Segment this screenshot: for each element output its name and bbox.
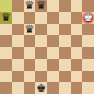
square-a4[interactable] [0, 47, 12, 59]
square-d1[interactable]: ♚ [35, 82, 47, 94]
square-d3[interactable] [35, 59, 47, 71]
black-queen[interactable]: ♛ [24, 0, 34, 11]
square-h5[interactable] [82, 35, 94, 47]
white-king[interactable]: ♚ [83, 12, 93, 23]
square-a7[interactable]: ♛ [0, 12, 12, 24]
square-e4[interactable] [47, 47, 59, 59]
square-d4[interactable] [35, 47, 47, 59]
square-d8[interactable]: ♛ [35, 0, 47, 12]
square-h7[interactable]: ♚ [82, 12, 94, 24]
square-g2[interactable] [71, 71, 83, 83]
square-f6[interactable] [59, 24, 71, 36]
square-d6[interactable] [35, 24, 47, 36]
square-e6[interactable] [47, 24, 59, 36]
square-a8[interactable] [0, 0, 12, 12]
square-e3[interactable] [47, 59, 59, 71]
square-h4[interactable] [82, 47, 94, 59]
square-f5[interactable] [59, 35, 71, 47]
square-e7[interactable] [47, 12, 59, 24]
square-b5[interactable] [12, 35, 24, 47]
square-g5[interactable] [71, 35, 83, 47]
square-g1[interactable] [71, 82, 83, 94]
square-c5[interactable] [24, 35, 36, 47]
square-c7[interactable] [24, 12, 36, 24]
square-c8[interactable]: ♛ [24, 0, 36, 12]
square-e2[interactable] [47, 71, 59, 83]
square-f4[interactable] [59, 47, 71, 59]
square-a5[interactable] [0, 35, 12, 47]
square-b6[interactable] [12, 24, 24, 36]
square-e5[interactable] [47, 35, 59, 47]
square-b3[interactable] [12, 59, 24, 71]
square-h8[interactable] [82, 0, 94, 12]
square-f2[interactable] [59, 71, 71, 83]
square-c4[interactable] [24, 47, 36, 59]
square-g3[interactable] [71, 59, 83, 71]
square-g4[interactable] [71, 47, 83, 59]
black-queen[interactable]: ♛ [36, 0, 46, 11]
square-g7[interactable] [71, 12, 83, 24]
square-h6[interactable] [82, 24, 94, 36]
square-c1[interactable] [24, 82, 36, 94]
square-f7[interactable] [59, 12, 71, 24]
square-b8[interactable] [12, 0, 24, 12]
square-a3[interactable] [0, 59, 12, 71]
square-b4[interactable] [12, 47, 24, 59]
square-b7[interactable] [12, 12, 24, 24]
square-c3[interactable] [24, 59, 36, 71]
square-d2[interactable] [35, 71, 47, 83]
black-queen[interactable]: ♛ [1, 12, 11, 23]
chess-board: ♛♛♛♚♛♚ [0, 0, 94, 94]
square-c2[interactable] [24, 71, 36, 83]
square-d5[interactable] [35, 35, 47, 47]
square-b1[interactable] [12, 82, 24, 94]
square-f3[interactable] [59, 59, 71, 71]
square-h3[interactable] [82, 59, 94, 71]
square-f8[interactable] [59, 0, 71, 12]
square-a6[interactable] [0, 24, 12, 36]
square-h1[interactable] [82, 82, 94, 94]
square-e8[interactable] [47, 0, 59, 12]
square-f1[interactable] [59, 82, 71, 94]
square-a1[interactable] [0, 82, 12, 94]
black-queen[interactable]: ♛ [24, 24, 34, 35]
square-h2[interactable] [82, 71, 94, 83]
black-king[interactable]: ♚ [36, 83, 46, 94]
square-g6[interactable] [71, 24, 83, 36]
square-e1[interactable] [47, 82, 59, 94]
square-d7[interactable] [35, 12, 47, 24]
square-a2[interactable] [0, 71, 12, 83]
square-b2[interactable] [12, 71, 24, 83]
square-c6[interactable]: ♛ [24, 24, 36, 36]
square-g8[interactable] [71, 0, 83, 12]
